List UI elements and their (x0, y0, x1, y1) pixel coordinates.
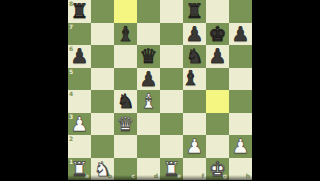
square-f4[interactable] (183, 90, 206, 113)
square-e3[interactable] (160, 113, 183, 136)
square-b7[interactable] (91, 23, 114, 46)
square-h1[interactable]: h (229, 158, 252, 181)
square-b5[interactable] (91, 68, 114, 91)
black-pawn-d5-piece[interactable]: ♟ (137, 68, 160, 91)
square-a6[interactable]: 6♟ (68, 45, 91, 68)
white-pawn-a3-piece[interactable]: ♟ (68, 113, 91, 136)
square-a4[interactable]: 4 (68, 90, 91, 113)
white-pawn-f2-piece[interactable]: ♟ (183, 135, 206, 158)
square-g6[interactable]: ♟ (206, 45, 229, 68)
square-f5[interactable]: ♝ (183, 68, 206, 91)
square-f3[interactable] (183, 113, 206, 136)
square-g1[interactable]: g♚ (206, 158, 229, 181)
square-a7[interactable]: 7 (68, 23, 91, 46)
coord-file-d: d (154, 173, 158, 179)
square-a5[interactable]: 5 (68, 68, 91, 91)
square-c5[interactable] (114, 68, 137, 91)
square-b8[interactable] (91, 0, 114, 23)
black-king-g7-piece[interactable]: ♚ (206, 23, 229, 46)
white-rook-e1-piece[interactable]: ♜ (160, 158, 183, 181)
black-bishop-c7-piece[interactable]: ♝ (114, 23, 137, 46)
square-a1[interactable]: 1a♜ (68, 158, 91, 181)
square-g2[interactable] (206, 135, 229, 158)
black-pawn-a6-piece[interactable]: ♟ (68, 45, 91, 68)
square-b4[interactable] (91, 90, 114, 113)
square-d1[interactable]: d (137, 158, 160, 181)
white-bishop-d4-piece[interactable]: ♝ (137, 90, 160, 113)
black-knight-c4-piece[interactable]: ♞ (114, 90, 137, 113)
coord-file-f: f (201, 173, 204, 179)
square-g3[interactable] (206, 113, 229, 136)
square-c7[interactable]: ♝ (114, 23, 137, 46)
square-c6[interactable] (114, 45, 137, 68)
coord-rank-2: 2 (69, 136, 73, 142)
black-knight-f6-piece[interactable]: ♞ (183, 45, 206, 68)
white-queen-c3-piece[interactable]: ♛ (114, 113, 137, 136)
chess-board: 8♜♜7♝♟♚♟6♟♛♞♟5♟♝4♞♝3♟♛2♟♟1a♜b♞cde♜fg♚h (68, 0, 252, 180)
white-knight-b1-piece[interactable]: ♞ (91, 158, 114, 181)
black-pawn-f7-piece[interactable]: ♟ (183, 23, 206, 46)
coord-rank-4: 4 (69, 91, 73, 97)
coord-file-c: c (131, 173, 135, 179)
square-c8[interactable] (114, 0, 137, 23)
square-f7[interactable]: ♟ (183, 23, 206, 46)
square-g4[interactable] (206, 90, 229, 113)
black-pawn-h7-piece[interactable]: ♟ (229, 23, 252, 46)
square-b1[interactable]: b♞ (91, 158, 114, 181)
square-a2[interactable]: 2 (68, 135, 91, 158)
black-rook-f8-piece[interactable]: ♜ (183, 0, 206, 23)
square-g5[interactable] (206, 68, 229, 91)
square-f2[interactable]: ♟ (183, 135, 206, 158)
square-c1[interactable]: c (114, 158, 137, 181)
square-c3[interactable]: ♛ (114, 113, 137, 136)
square-a8[interactable]: 8♜ (68, 0, 91, 23)
square-h8[interactable] (229, 0, 252, 23)
square-e4[interactable] (160, 90, 183, 113)
square-d5[interactable]: ♟ (137, 68, 160, 91)
square-d7[interactable] (137, 23, 160, 46)
white-rook-a1-piece[interactable]: ♜ (68, 158, 91, 181)
square-g7[interactable]: ♚ (206, 23, 229, 46)
black-rook-a8-piece[interactable]: ♜ (68, 0, 91, 23)
black-queen-d6-piece[interactable]: ♛ (137, 45, 160, 68)
square-a3[interactable]: 3♟ (68, 113, 91, 136)
square-h7[interactable]: ♟ (229, 23, 252, 46)
square-d6[interactable]: ♛ (137, 45, 160, 68)
square-h5[interactable] (229, 68, 252, 91)
square-h3[interactable] (229, 113, 252, 136)
black-pawn-g6-piece[interactable]: ♟ (206, 45, 229, 68)
square-c2[interactable] (114, 135, 137, 158)
square-e8[interactable] (160, 0, 183, 23)
square-e1[interactable]: e♜ (160, 158, 183, 181)
coord-rank-5: 5 (69, 69, 73, 75)
square-f8[interactable]: ♜ (183, 0, 206, 23)
square-c4[interactable]: ♞ (114, 90, 137, 113)
square-e2[interactable] (160, 135, 183, 158)
black-bishop-f5-piece[interactable]: ♝ (179, 67, 202, 90)
square-h4[interactable] (229, 90, 252, 113)
square-f1[interactable]: f (183, 158, 206, 181)
square-d2[interactable] (137, 135, 160, 158)
coord-file-h: h (246, 173, 250, 179)
square-b2[interactable] (91, 135, 114, 158)
square-h6[interactable] (229, 45, 252, 68)
square-b6[interactable] (91, 45, 114, 68)
coord-rank-7: 7 (69, 24, 73, 30)
square-g8[interactable] (206, 0, 229, 23)
square-d8[interactable] (137, 0, 160, 23)
square-d3[interactable] (137, 113, 160, 136)
square-b3[interactable] (91, 113, 114, 136)
square-e6[interactable] (160, 45, 183, 68)
white-king-g1-piece[interactable]: ♚ (206, 158, 229, 181)
white-pawn-h2-piece[interactable]: ♟ (229, 135, 252, 158)
square-h2[interactable]: ♟ (229, 135, 252, 158)
square-f6[interactable]: ♞ (183, 45, 206, 68)
square-e7[interactable] (160, 23, 183, 46)
square-d4[interactable]: ♝ (137, 90, 160, 113)
